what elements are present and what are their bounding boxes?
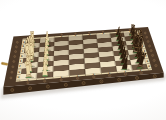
fold-seam xyxy=(83,34,86,75)
felt-base xyxy=(121,69,127,70)
chess-set-product-photo: 11AA22BB33CC44DD55EE66FF77GG88HH ♜♟♟♜♞♟♟… xyxy=(0,0,166,120)
pieces-graphic: ♜♟♟♜♞♟♟♞♝♟♟♝♛♟♟♛♚♟♟♚♝♟♟♝♞♟♟♞♜♟♟♜ xyxy=(0,0,166,120)
felt-base xyxy=(137,67,143,68)
felt-base xyxy=(42,75,48,76)
felt-base xyxy=(26,77,32,78)
piece-white-pawn-h2: ♟ xyxy=(41,58,49,82)
